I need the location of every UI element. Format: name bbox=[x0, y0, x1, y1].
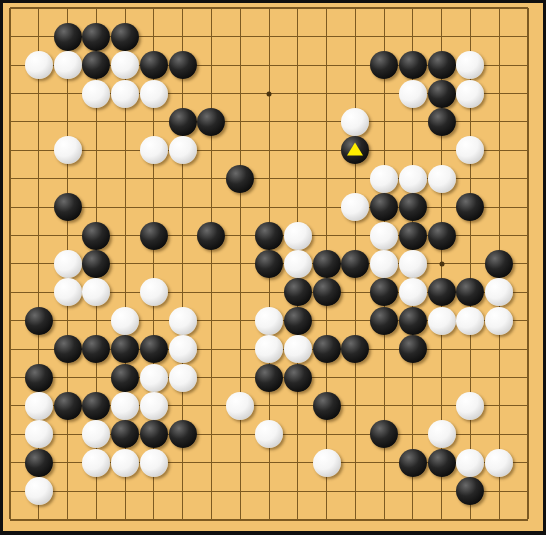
white-stone bbox=[54, 136, 82, 164]
black-stone bbox=[255, 222, 283, 250]
white-stone bbox=[169, 307, 197, 335]
last-move-triangle-marker bbox=[347, 143, 363, 156]
white-stone bbox=[284, 250, 312, 278]
black-stone bbox=[82, 392, 110, 420]
white-stone bbox=[169, 136, 197, 164]
black-stone bbox=[284, 364, 312, 392]
white-stone bbox=[456, 307, 484, 335]
black-stone bbox=[313, 335, 341, 363]
white-stone bbox=[140, 449, 168, 477]
white-stone bbox=[54, 250, 82, 278]
black-stone bbox=[111, 364, 139, 392]
white-stone bbox=[485, 307, 513, 335]
black-stone bbox=[54, 392, 82, 420]
go-board[interactable] bbox=[0, 0, 546, 535]
black-stone bbox=[82, 222, 110, 250]
black-stone bbox=[370, 420, 398, 448]
white-stone bbox=[399, 80, 427, 108]
black-stone bbox=[341, 335, 369, 363]
black-stone bbox=[341, 136, 369, 164]
white-stone bbox=[140, 392, 168, 420]
white-stone bbox=[226, 392, 254, 420]
black-stone bbox=[428, 51, 456, 79]
white-stone bbox=[82, 80, 110, 108]
white-stone bbox=[140, 136, 168, 164]
white-stone bbox=[255, 307, 283, 335]
white-stone bbox=[456, 449, 484, 477]
white-stone bbox=[399, 165, 427, 193]
black-stone bbox=[370, 307, 398, 335]
white-stone bbox=[54, 278, 82, 306]
black-stone bbox=[370, 278, 398, 306]
black-stone bbox=[341, 250, 369, 278]
white-stone bbox=[370, 250, 398, 278]
black-stone bbox=[25, 307, 53, 335]
black-stone bbox=[313, 278, 341, 306]
black-stone bbox=[169, 420, 197, 448]
black-stone bbox=[399, 222, 427, 250]
black-stone bbox=[370, 51, 398, 79]
white-stone bbox=[456, 392, 484, 420]
black-stone bbox=[54, 335, 82, 363]
black-stone bbox=[456, 278, 484, 306]
white-stone bbox=[255, 420, 283, 448]
white-stone bbox=[456, 80, 484, 108]
black-stone bbox=[140, 222, 168, 250]
black-stone bbox=[370, 193, 398, 221]
white-stone bbox=[485, 278, 513, 306]
black-stone bbox=[169, 108, 197, 136]
black-stone bbox=[140, 335, 168, 363]
white-stone bbox=[456, 51, 484, 79]
black-stone bbox=[25, 449, 53, 477]
black-stone bbox=[82, 250, 110, 278]
white-stone bbox=[111, 307, 139, 335]
grid-line-vertical bbox=[527, 8, 529, 519]
white-stone bbox=[341, 108, 369, 136]
black-stone bbox=[456, 477, 484, 505]
white-stone bbox=[140, 80, 168, 108]
black-stone bbox=[197, 222, 225, 250]
white-stone bbox=[82, 278, 110, 306]
black-stone bbox=[428, 278, 456, 306]
black-stone bbox=[399, 449, 427, 477]
black-stone bbox=[82, 23, 110, 51]
white-stone bbox=[82, 420, 110, 448]
black-stone bbox=[169, 51, 197, 79]
black-stone bbox=[140, 51, 168, 79]
white-stone bbox=[255, 335, 283, 363]
black-stone bbox=[485, 250, 513, 278]
white-stone bbox=[341, 193, 369, 221]
white-stone bbox=[82, 449, 110, 477]
white-stone bbox=[25, 477, 53, 505]
black-stone bbox=[399, 51, 427, 79]
black-stone bbox=[428, 80, 456, 108]
black-stone bbox=[111, 420, 139, 448]
white-stone bbox=[169, 335, 197, 363]
white-stone bbox=[111, 51, 139, 79]
white-stone bbox=[25, 420, 53, 448]
white-stone bbox=[25, 51, 53, 79]
black-stone bbox=[284, 307, 312, 335]
white-stone bbox=[140, 364, 168, 392]
white-stone bbox=[399, 250, 427, 278]
black-stone bbox=[313, 250, 341, 278]
white-stone bbox=[370, 222, 398, 250]
black-stone bbox=[428, 449, 456, 477]
grid-line-horizontal bbox=[10, 519, 528, 521]
black-stone bbox=[111, 23, 139, 51]
white-stone bbox=[284, 222, 312, 250]
star-point bbox=[439, 261, 444, 266]
black-stone bbox=[140, 420, 168, 448]
white-stone bbox=[169, 364, 197, 392]
black-stone bbox=[82, 51, 110, 79]
black-stone bbox=[428, 222, 456, 250]
white-stone bbox=[428, 307, 456, 335]
black-stone bbox=[399, 193, 427, 221]
black-stone bbox=[255, 250, 283, 278]
black-stone bbox=[111, 335, 139, 363]
white-stone bbox=[111, 80, 139, 108]
black-stone bbox=[82, 335, 110, 363]
black-stone bbox=[54, 23, 82, 51]
white-stone bbox=[428, 165, 456, 193]
star-point bbox=[267, 91, 272, 96]
black-stone bbox=[399, 307, 427, 335]
white-stone bbox=[485, 449, 513, 477]
white-stone bbox=[399, 278, 427, 306]
black-stone bbox=[226, 165, 254, 193]
black-stone bbox=[399, 335, 427, 363]
white-stone bbox=[428, 420, 456, 448]
black-stone bbox=[25, 364, 53, 392]
white-stone bbox=[111, 392, 139, 420]
white-stone bbox=[25, 392, 53, 420]
black-stone bbox=[197, 108, 225, 136]
white-stone bbox=[54, 51, 82, 79]
white-stone bbox=[140, 278, 168, 306]
white-stone bbox=[111, 449, 139, 477]
black-stone bbox=[54, 193, 82, 221]
white-stone bbox=[456, 136, 484, 164]
black-stone bbox=[428, 108, 456, 136]
black-stone bbox=[313, 392, 341, 420]
black-stone bbox=[284, 278, 312, 306]
black-stone bbox=[255, 364, 283, 392]
grid-line-horizontal bbox=[10, 491, 528, 492]
black-stone bbox=[456, 193, 484, 221]
white-stone bbox=[313, 449, 341, 477]
white-stone bbox=[370, 165, 398, 193]
white-stone bbox=[284, 335, 312, 363]
